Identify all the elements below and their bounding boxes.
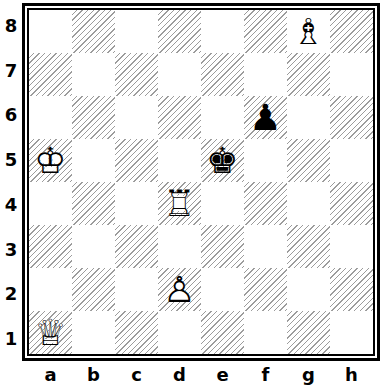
piece-black-pawn: ♟ [244, 96, 287, 139]
rank-label-2: 2 [0, 272, 22, 317]
square-a3[interactable] [29, 225, 72, 268]
square-e8[interactable] [201, 10, 244, 53]
square-d4[interactable]: ♜♖ [158, 182, 201, 225]
square-e5[interactable]: ♚ [201, 139, 244, 182]
square-c2[interactable] [115, 268, 158, 311]
square-h5[interactable] [330, 139, 373, 182]
square-g5[interactable] [287, 139, 330, 182]
square-b4[interactable] [72, 182, 115, 225]
rank-label-8: 8 [0, 3, 22, 48]
rank-label-3: 3 [0, 227, 22, 272]
file-label-a: a [29, 362, 72, 387]
rank-label-7: 7 [0, 48, 22, 93]
file-label-g: g [287, 362, 330, 387]
piece-black-king: ♚ [201, 139, 244, 182]
file-label-c: c [115, 362, 158, 387]
square-a8[interactable] [29, 10, 72, 53]
square-d6[interactable] [158, 96, 201, 139]
square-b6[interactable] [72, 96, 115, 139]
piece-white-rook: ♖ [158, 182, 201, 225]
chess-diagram: 87654321 ♝♗♟♚♔♚♜♖♟♙♛♕ abcdefgh [0, 0, 383, 387]
file-label-d: d [158, 362, 201, 387]
square-e4[interactable] [201, 182, 244, 225]
square-f1[interactable] [244, 311, 287, 354]
square-g2[interactable] [287, 268, 330, 311]
rank-labels: 87654321 [0, 3, 22, 361]
square-a7[interactable] [29, 53, 72, 96]
square-f6[interactable]: ♟ [244, 96, 287, 139]
square-g4[interactable] [287, 182, 330, 225]
square-d8[interactable] [158, 10, 201, 53]
square-c5[interactable] [115, 139, 158, 182]
rank-label-4: 4 [0, 182, 22, 227]
square-d5[interactable] [158, 139, 201, 182]
square-b1[interactable] [72, 311, 115, 354]
square-d3[interactable] [158, 225, 201, 268]
square-h8[interactable] [330, 10, 373, 53]
square-e2[interactable] [201, 268, 244, 311]
square-b2[interactable] [72, 268, 115, 311]
square-h1[interactable] [330, 311, 373, 354]
square-b5[interactable] [72, 139, 115, 182]
square-c8[interactable] [115, 10, 158, 53]
square-e7[interactable] [201, 53, 244, 96]
square-g6[interactable] [287, 96, 330, 139]
square-a5[interactable]: ♚♔ [29, 139, 72, 182]
square-h2[interactable] [330, 268, 373, 311]
square-d7[interactable] [158, 53, 201, 96]
file-label-b: b [72, 362, 115, 387]
square-g1[interactable] [287, 311, 330, 354]
square-c6[interactable] [115, 96, 158, 139]
square-g8[interactable]: ♝♗ [287, 10, 330, 53]
square-f2[interactable] [244, 268, 287, 311]
square-a4[interactable] [29, 182, 72, 225]
square-c1[interactable] [115, 311, 158, 354]
square-f3[interactable] [244, 225, 287, 268]
square-a6[interactable] [29, 96, 72, 139]
piece-white-queen: ♕ [29, 311, 72, 354]
square-h6[interactable] [330, 96, 373, 139]
square-f8[interactable] [244, 10, 287, 53]
square-h3[interactable] [330, 225, 373, 268]
rank-label-5: 5 [0, 137, 22, 182]
square-b7[interactable] [72, 53, 115, 96]
square-h7[interactable] [330, 53, 373, 96]
square-c7[interactable] [115, 53, 158, 96]
square-f5[interactable] [244, 139, 287, 182]
square-b8[interactable] [72, 10, 115, 53]
square-g7[interactable] [287, 53, 330, 96]
rank-label-6: 6 [0, 93, 22, 138]
board-inner: ♝♗♟♚♔♚♜♖♟♙♛♕ [27, 8, 375, 356]
piece-white-pawn: ♙ [158, 268, 201, 311]
square-c4[interactable] [115, 182, 158, 225]
square-e6[interactable] [201, 96, 244, 139]
rank-label-1: 1 [0, 316, 22, 361]
square-g3[interactable] [287, 225, 330, 268]
file-label-h: h [330, 362, 373, 387]
square-f7[interactable] [244, 53, 287, 96]
square-h4[interactable] [330, 182, 373, 225]
piece-white-bishop: ♗ [287, 10, 330, 53]
square-e3[interactable] [201, 225, 244, 268]
piece-white-king: ♔ [29, 139, 72, 182]
board-frame: ♝♗♟♚♔♚♜♖♟♙♛♕ [22, 3, 380, 361]
square-d2[interactable]: ♟♙ [158, 268, 201, 311]
square-b3[interactable] [72, 225, 115, 268]
square-a1[interactable]: ♛♕ [29, 311, 72, 354]
file-labels: abcdefgh [29, 362, 373, 387]
square-e1[interactable] [201, 311, 244, 354]
square-d1[interactable] [158, 311, 201, 354]
square-f4[interactable] [244, 182, 287, 225]
square-a2[interactable] [29, 268, 72, 311]
board-grid: ♝♗♟♚♔♚♜♖♟♙♛♕ [29, 10, 373, 354]
square-c3[interactable] [115, 225, 158, 268]
file-label-f: f [244, 362, 287, 387]
file-label-e: e [201, 362, 244, 387]
